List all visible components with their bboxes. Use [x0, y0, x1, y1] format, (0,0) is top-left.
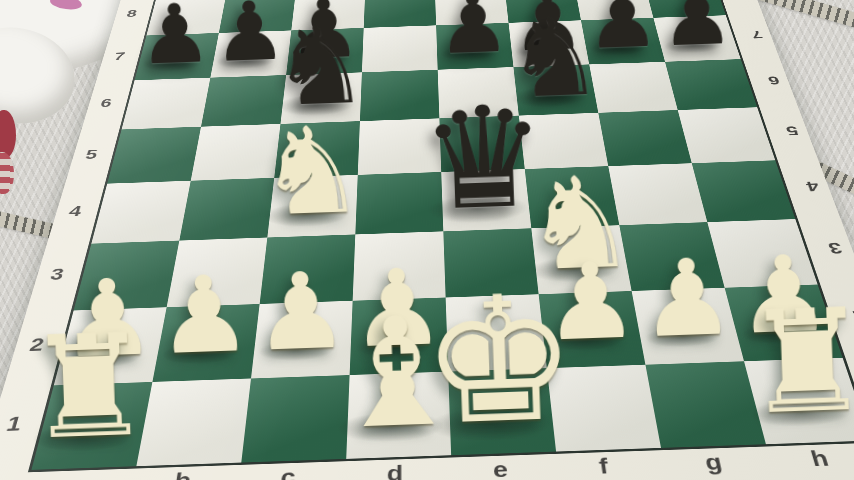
photo-stage: 1122334455667788abcdefgh ♟♟♟♟♟♟♟♞♞♛♞♞♟♟♟… — [0, 0, 854, 480]
square-c7 — [286, 28, 364, 75]
square-c4 — [267, 175, 357, 238]
rank-label-right-7: 7 — [750, 29, 764, 40]
file-label-bottom-h: h — [809, 448, 832, 470]
square-d4 — [355, 172, 443, 234]
file-label-bottom-b: b — [173, 470, 193, 480]
chess-board: 1122334455667788abcdefgh — [0, 0, 854, 480]
square-d8 — [364, 0, 436, 28]
square-a6 — [122, 78, 211, 130]
square-b6 — [201, 75, 286, 127]
square-h3 — [707, 219, 817, 288]
square-b2 — [152, 304, 259, 382]
square-b8 — [219, 0, 296, 33]
rank-label-right-3: 3 — [826, 240, 844, 256]
square-c8 — [291, 0, 365, 30]
square-e2 — [446, 294, 547, 371]
square-d1 — [346, 372, 451, 459]
square-f3 — [531, 225, 631, 294]
square-g6 — [589, 62, 678, 113]
square-c3 — [260, 234, 356, 304]
square-a2 — [54, 307, 167, 385]
board-tilt-wrapper: 1122334455667788abcdefgh ♟♟♟♟♟♟♟♞♞♛♞♞♟♟♟… — [0, 0, 854, 480]
square-b7 — [210, 30, 291, 77]
file-label-bottom-d: d — [387, 463, 403, 480]
rank-label-right-6: 6 — [766, 74, 781, 86]
file-label-bottom-c: c — [280, 467, 297, 480]
square-f4 — [525, 166, 620, 228]
file-label-bottom-f: f — [598, 456, 610, 478]
rank-label-left-6: 6 — [99, 97, 113, 109]
rank-label-right-5: 5 — [784, 124, 800, 137]
square-e7 — [436, 23, 513, 70]
rank-label-left-8: 8 — [125, 9, 138, 19]
square-c6 — [280, 72, 361, 124]
square-a8 — [146, 0, 226, 35]
square-d6 — [360, 70, 439, 121]
rank-label-left-3: 3 — [48, 267, 65, 283]
square-f6 — [513, 64, 598, 115]
rank-label-left-1: 1 — [4, 414, 24, 434]
square-d3 — [353, 231, 446, 300]
square-b1 — [136, 378, 251, 466]
square-f2 — [539, 291, 646, 368]
square-e3 — [443, 228, 538, 297]
square-c5 — [274, 121, 360, 178]
square-h4 — [692, 160, 796, 222]
square-h2 — [725, 284, 843, 361]
square-h7 — [653, 15, 740, 62]
rank-label-left-7: 7 — [113, 51, 126, 62]
square-f5 — [519, 113, 608, 169]
square-e5 — [439, 116, 524, 172]
square-b3 — [167, 237, 268, 307]
rank-label-left-4: 4 — [67, 204, 83, 218]
rank-label-left-2: 2 — [28, 336, 46, 354]
square-a1 — [31, 382, 152, 470]
rank-label-right-2: 2 — [851, 308, 854, 326]
square-f7 — [509, 20, 590, 67]
file-label-bottom-g: g — [703, 452, 724, 474]
square-d7 — [362, 25, 438, 72]
square-e8 — [435, 0, 509, 25]
square-e4 — [441, 169, 531, 231]
square-d5 — [358, 118, 442, 175]
square-f1 — [547, 365, 661, 452]
square-g7 — [581, 18, 665, 65]
square-e1 — [448, 368, 556, 455]
square-a4 — [91, 181, 190, 244]
board-grid — [31, 0, 854, 470]
file-label-bottom-a: a — [66, 474, 86, 480]
square-c2 — [251, 301, 353, 379]
file-label-bottom-e: e — [492, 459, 508, 480]
square-g5 — [598, 110, 691, 166]
square-d2 — [350, 297, 449, 375]
square-a3 — [74, 241, 180, 311]
square-e6 — [438, 67, 519, 118]
square-h6 — [665, 59, 757, 110]
square-h5 — [678, 107, 776, 163]
square-g3 — [619, 222, 724, 291]
square-b5 — [191, 124, 281, 181]
square-g4 — [608, 163, 707, 225]
rank-label-right-4: 4 — [804, 179, 821, 193]
square-f8 — [504, 0, 581, 23]
square-b4 — [179, 178, 274, 241]
square-c1 — [241, 375, 349, 462]
square-a7 — [135, 33, 219, 80]
rank-label-left-5: 5 — [84, 148, 99, 161]
square-a5 — [107, 127, 201, 184]
